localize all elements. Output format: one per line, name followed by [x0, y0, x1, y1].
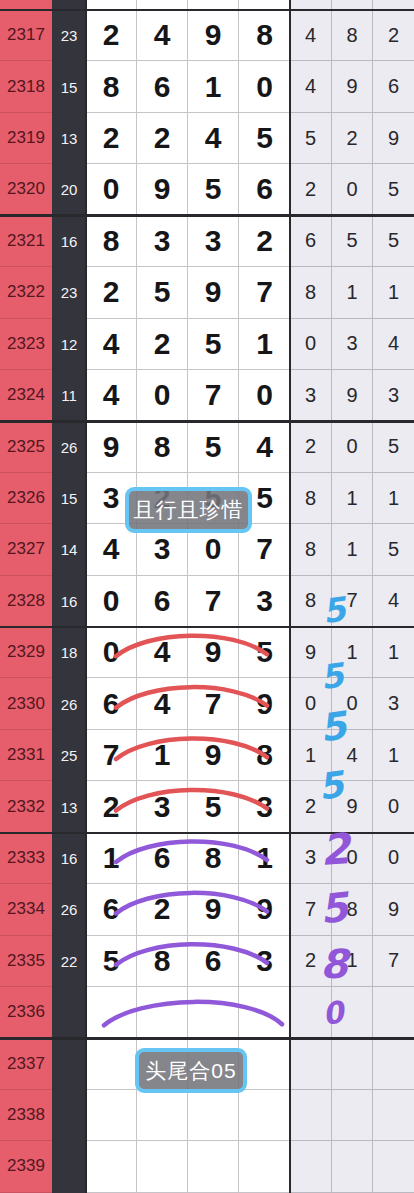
digit-cell: 6: [137, 833, 188, 884]
digit-cell: 4: [239, 421, 290, 472]
digit-cell: 9: [137, 164, 188, 215]
sum-cell: 23: [52, 10, 86, 61]
period-cell: 2331: [0, 730, 52, 781]
digit-cell: 6: [86, 678, 137, 729]
digit-cell: 6: [86, 884, 137, 935]
aux-digit-cell: 3: [373, 678, 414, 729]
digit-cell: 4: [86, 319, 137, 370]
digit-cell: 9: [239, 884, 290, 935]
aux-digit-cell: 0: [332, 421, 373, 472]
period-cell: 2332: [0, 781, 52, 832]
digit-cell: 4: [86, 370, 137, 421]
group-separator-line: [0, 1037, 414, 1040]
digit-cell: 8: [137, 421, 188, 472]
digit-cell: 9: [239, 678, 290, 729]
table-row: 2319132245529: [0, 113, 414, 164]
sticker-text: 且行且珍惜: [134, 496, 244, 524]
aux-digit-cell: 9: [373, 113, 414, 164]
sum-cell: 25: [52, 730, 86, 781]
group-separator-line: [0, 9, 414, 12]
digit-cell: 0: [86, 627, 137, 678]
group-separator-line: [0, 420, 414, 423]
digit-cell: 5: [188, 319, 239, 370]
period-cell: 2339: [0, 1141, 52, 1192]
aux-digit-cell: 2: [290, 421, 332, 472]
sum-cell: [52, 1038, 86, 1089]
period-cell: 2337: [0, 1038, 52, 1089]
digit-cell: 8: [86, 216, 137, 267]
digit-cell: 9: [188, 627, 239, 678]
aux-digit-cell: 5: [290, 113, 332, 164]
aux-digit-cell: 2: [373, 10, 414, 61]
period-cell: 2320: [0, 164, 52, 215]
aux-digit-cell: 3: [290, 370, 332, 421]
aux-digit-cell: 9: [332, 781, 373, 832]
aux-digit-cell: 8: [290, 473, 332, 524]
digit-cell: 8: [239, 730, 290, 781]
aux-digit-cell: 4: [290, 10, 332, 61]
digit-cell: 9: [188, 730, 239, 781]
period-cell: 2328: [0, 576, 52, 627]
digit-cell: 3: [137, 781, 188, 832]
digit-cell: [137, 1090, 188, 1141]
aux-digit-cell: 5: [373, 216, 414, 267]
digit-cell: 3: [188, 216, 239, 267]
digit-cell: 9: [188, 267, 239, 318]
sum-cell: 14: [52, 524, 86, 575]
digit-cell: 4: [188, 113, 239, 164]
digit-cell: 4: [137, 678, 188, 729]
digit-cell: 2: [86, 113, 137, 164]
digit-cell: 1: [86, 833, 137, 884]
aux-digit-cell: 4: [373, 319, 414, 370]
aux-digit-cell: 5: [373, 421, 414, 472]
aux-digit-cell: 6: [290, 216, 332, 267]
aux-digit-cell: 7: [373, 936, 414, 987]
sum-cell: 23: [52, 267, 86, 318]
digit-cell: 1: [239, 319, 290, 370]
aux-digit-cell: 8: [290, 524, 332, 575]
sum-cell: 26: [52, 884, 86, 935]
digit-cell: 2: [137, 113, 188, 164]
aux-digit-cell: 3: [373, 370, 414, 421]
digit-cell: [137, 987, 188, 1038]
aux-digit-cell: [332, 1141, 373, 1192]
aux-digit-cell: 4: [290, 61, 332, 112]
digit-cell: [188, 987, 239, 1038]
aux-digit-cell: 1: [373, 627, 414, 678]
aux-digit-cell: 9: [373, 884, 414, 935]
digit-cell: 6: [137, 576, 188, 627]
sum-cell: 15: [52, 61, 86, 112]
aux-digit-cell: 4: [332, 730, 373, 781]
period-cell: 2317: [0, 10, 52, 61]
digit-cell: 3: [239, 781, 290, 832]
aux-digit-cell: [332, 1038, 373, 1089]
digit-cell: [239, 1090, 290, 1141]
table-row: 2317232498482: [0, 10, 414, 61]
sum-cell: 12: [52, 319, 86, 370]
aux-digit-cell: 0: [332, 164, 373, 215]
digit-cell: 2: [137, 884, 188, 935]
digit-cell: 8: [137, 936, 188, 987]
grid-divider-aux-left: [289, 0, 292, 1193]
aux-digit-cell: [290, 1141, 332, 1192]
digit-cell: [239, 1141, 290, 1192]
digit-cell: 1: [239, 833, 290, 884]
digit-cell: 3: [239, 576, 290, 627]
digit-cell: [86, 1090, 137, 1141]
aux-digit-cell: 2: [290, 164, 332, 215]
aux-digit-cell: 9: [332, 370, 373, 421]
number-grid: 2317232498482231815861049623191322455292…: [0, 0, 414, 1193]
digit-cell: 2: [86, 781, 137, 832]
grid-divider-main-left: [85, 0, 88, 1193]
digit-cell: [188, 1090, 239, 1141]
sum-cell: 22: [52, 936, 86, 987]
aux-digit-cell: [373, 1038, 414, 1089]
aux-digit-cell: 7: [332, 576, 373, 627]
aux-digit-cell: 0: [332, 833, 373, 884]
digit-cell: [86, 987, 137, 1038]
aux-digit-cell: [290, 987, 332, 1038]
aux-digit-cell: 2: [332, 113, 373, 164]
period-cell: 2324: [0, 370, 52, 421]
digit-cell: 5: [86, 936, 137, 987]
aux-digit-cell: 5: [332, 216, 373, 267]
aux-digit-cell: 1: [332, 473, 373, 524]
table-row: 2318158610496: [0, 61, 414, 112]
aux-digit-cell: [332, 1090, 373, 1141]
table-row: 2335225863217: [0, 936, 414, 987]
period-cell: 2330: [0, 678, 52, 729]
aux-digit-cell: 1: [332, 524, 373, 575]
period-cell: 2329: [0, 627, 52, 678]
digit-cell: [239, 987, 290, 1038]
table-row: 2330266479003: [0, 678, 414, 729]
aux-digit-cell: 1: [332, 936, 373, 987]
table-row: 2328160673874: [0, 576, 414, 627]
aux-digit-cell: [373, 987, 414, 1038]
aux-digit-cell: 8: [290, 576, 332, 627]
digit-cell: 0: [239, 370, 290, 421]
digit-cell: 4: [137, 10, 188, 61]
aux-digit-cell: 7: [290, 884, 332, 935]
digit-cell: 7: [188, 678, 239, 729]
aux-digit-cell: [373, 1141, 414, 1192]
group-separator-line: [0, 626, 414, 629]
table-row: 2325269854205: [0, 421, 414, 472]
aux-digit-cell: 0: [373, 833, 414, 884]
aux-digit-cell: 1: [332, 627, 373, 678]
aux-digit-cell: 8: [290, 267, 332, 318]
aux-digit-cell: 0: [290, 319, 332, 370]
digit-cell: 7: [86, 730, 137, 781]
group-separator-line: [0, 832, 414, 835]
digit-cell: 5: [239, 113, 290, 164]
aux-digit-cell: 0: [332, 678, 373, 729]
table-row: 2333161681300: [0, 833, 414, 884]
digit-cell: 4: [137, 627, 188, 678]
aux-digit-cell: 1: [373, 267, 414, 318]
digit-cell: [188, 1141, 239, 1192]
sum-cell: 20: [52, 164, 86, 215]
aux-digit-cell: 2: [290, 781, 332, 832]
digit-cell: 0: [239, 61, 290, 112]
period-cell: 2333: [0, 833, 52, 884]
aux-digit-cell: [332, 987, 373, 1038]
aux-digit-cell: 4: [373, 576, 414, 627]
aux-digit-cell: 1: [332, 267, 373, 318]
digit-cell: 0: [86, 164, 137, 215]
digit-cell: 0: [137, 370, 188, 421]
period-cell: 2327: [0, 524, 52, 575]
table-row: 2331257198141: [0, 730, 414, 781]
aux-digit-cell: 1: [373, 730, 414, 781]
digit-cell: 5: [188, 421, 239, 472]
sum-cell: 13: [52, 781, 86, 832]
aux-digit-cell: [373, 1090, 414, 1141]
aux-digit-cell: 8: [332, 884, 373, 935]
sum-cell: 13: [52, 113, 86, 164]
digit-cell: 2: [86, 267, 137, 318]
aux-digit-cell: 3: [332, 319, 373, 370]
aux-digit-cell: 9: [290, 627, 332, 678]
aux-digit-cell: 8: [332, 10, 373, 61]
table-row: 2323124251034: [0, 319, 414, 370]
period-cell: 2335: [0, 936, 52, 987]
digit-cell: 5: [188, 164, 239, 215]
sum-cell: 26: [52, 421, 86, 472]
aux-digit-cell: 9: [332, 61, 373, 112]
digit-cell: 5: [239, 627, 290, 678]
digit-cell: 6: [188, 936, 239, 987]
sticker-text: 头尾合05: [145, 1057, 236, 1085]
aux-digit-cell: 0: [290, 678, 332, 729]
digit-cell: 3: [239, 936, 290, 987]
digit-cell: 8: [188, 833, 239, 884]
digit-cell: 0: [86, 576, 137, 627]
period-cell: 2326: [0, 473, 52, 524]
aux-digit-cell: 1: [290, 730, 332, 781]
digit-cell: 6: [137, 61, 188, 112]
sum-cell: 16: [52, 833, 86, 884]
aux-digit-cell: 5: [373, 164, 414, 215]
digit-cell: 2: [86, 10, 137, 61]
lottery-trend-chart[interactable]: 2317232498482231815861049623191322455292…: [0, 0, 414, 1193]
group-separator-line: [0, 214, 414, 217]
period-cell: 2334: [0, 884, 52, 935]
period-cell: 2319: [0, 113, 52, 164]
table-row: 2339: [0, 1141, 414, 1192]
text-sticker-qie-xing[interactable]: 且行且珍惜: [125, 487, 252, 533]
sum-cell: [52, 1090, 86, 1141]
period-cell: 2338: [0, 1090, 52, 1141]
period-cell: 2318: [0, 61, 52, 112]
period-cell: 2323: [0, 319, 52, 370]
digit-cell: 9: [188, 10, 239, 61]
digit-cell: [86, 1038, 137, 1089]
aux-digit-cell: 5: [373, 524, 414, 575]
digit-cell: [86, 1141, 137, 1192]
digit-cell: 8: [86, 61, 137, 112]
text-sticker-tou-wei-he[interactable]: 头尾合05: [135, 1048, 247, 1093]
digit-cell: 6: [239, 164, 290, 215]
digit-cell: 2: [239, 216, 290, 267]
aux-digit-cell: 1: [373, 473, 414, 524]
aux-digit-cell: 0: [373, 781, 414, 832]
table-row: 2336: [0, 987, 414, 1038]
aux-digit-cell: [290, 1038, 332, 1089]
table-row: 2338: [0, 1090, 414, 1141]
digit-cell: 9: [86, 421, 137, 472]
digit-cell: 5: [188, 781, 239, 832]
table-row: 2334266299789: [0, 884, 414, 935]
digit-cell: 7: [239, 267, 290, 318]
digit-cell: 1: [188, 61, 239, 112]
digit-cell: 9: [188, 884, 239, 935]
sum-cell: 11: [52, 370, 86, 421]
sum-cell: 16: [52, 576, 86, 627]
aux-digit-cell: 3: [290, 833, 332, 884]
sum-cell: 18: [52, 627, 86, 678]
sum-cell: 16: [52, 216, 86, 267]
sum-cell: 15: [52, 473, 86, 524]
period-cell: 2336: [0, 987, 52, 1038]
table-row: 2322232597811: [0, 267, 414, 318]
period-cell: 2321: [0, 216, 52, 267]
table-row: 2329180495911: [0, 627, 414, 678]
digit-cell: 5: [137, 267, 188, 318]
sum-cell: [52, 987, 86, 1038]
sum-cell: [52, 1141, 86, 1192]
period-cell: 2325: [0, 421, 52, 472]
aux-digit-cell: [290, 1090, 332, 1141]
aux-digit-cell: 6: [373, 61, 414, 112]
digit-cell: 7: [188, 576, 239, 627]
digit-cell: [137, 1141, 188, 1192]
table-row: 2320200956205: [0, 164, 414, 215]
period-cell: 2322: [0, 267, 52, 318]
digit-cell: 7: [188, 370, 239, 421]
table-row: 2332132353290: [0, 781, 414, 832]
digit-cell: 1: [137, 730, 188, 781]
aux-digit-cell: 2: [290, 936, 332, 987]
table-row: 2321168332655: [0, 216, 414, 267]
digit-cell: 8: [239, 10, 290, 61]
table-row: 2324114070393: [0, 370, 414, 421]
sum-cell: 26: [52, 678, 86, 729]
digit-cell: 2: [137, 319, 188, 370]
digit-cell: 3: [137, 216, 188, 267]
